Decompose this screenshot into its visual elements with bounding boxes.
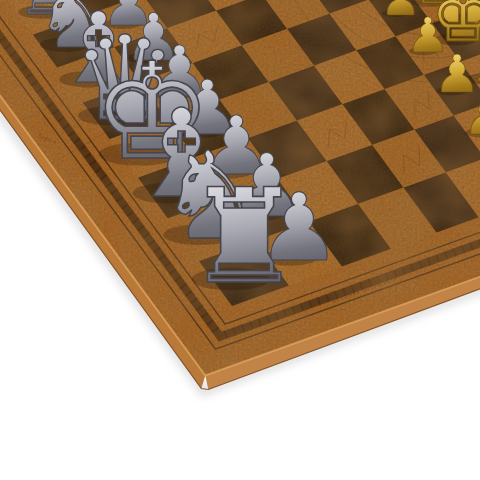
piece-black-pawn-g7[interactable]: ♟ (463, 82, 480, 147)
product-photo: Oceanus OrientalisSeptenOGN♟♝♟♟♛♜♟♟♚♞♟♟♝… (0, 0, 480, 480)
chess-board-photo: Oceanus OrientalisSeptenOGN♟♝♟♟♛♜♟♟♚♞♟♟♝… (0, 0, 480, 480)
piece-white-rook-h1[interactable]: ♜ (185, 161, 302, 313)
